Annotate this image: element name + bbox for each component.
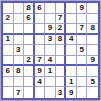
cell-r3c1-empty[interactable] (3, 24, 14, 35)
cell-r2c3-given[interactable]: 6 (24, 14, 35, 25)
sudoku-frame: 869267927813843527496891415739 (0, 0, 101, 101)
cell-r8c9-given[interactable]: 5 (87, 77, 98, 88)
cell-r3c4-empty[interactable] (35, 24, 46, 35)
cell-r6c3-given[interactable]: 2 (24, 56, 35, 67)
cell-r7c6-empty[interactable] (56, 66, 67, 77)
cell-r3c8-given[interactable]: 7 (77, 24, 88, 35)
cell-r1c1-empty[interactable] (3, 3, 14, 14)
cell-r4c4-empty[interactable] (35, 35, 46, 46)
cell-r4c3-empty[interactable] (24, 35, 35, 46)
cell-r3c9-given[interactable]: 8 (87, 24, 98, 35)
cell-r3c6-given[interactable]: 2 (56, 24, 67, 35)
cell-r2c1-given[interactable]: 2 (3, 14, 14, 25)
cell-r9c1-empty[interactable] (3, 87, 14, 98)
cell-r5c1-empty[interactable] (3, 45, 14, 56)
cell-r4c5-given[interactable]: 3 (45, 35, 56, 46)
cell-r7c9-empty[interactable] (87, 66, 98, 77)
cell-r9c3-empty[interactable] (24, 87, 35, 98)
cell-r7c1-given[interactable]: 6 (3, 66, 14, 77)
cell-r6c1-empty[interactable] (3, 56, 14, 67)
cell-r5c6-empty[interactable] (56, 45, 67, 56)
cell-r4c2-empty[interactable] (14, 35, 25, 46)
cell-r4c6-given[interactable]: 8 (56, 35, 67, 46)
cell-r2c4-empty[interactable] (35, 14, 46, 25)
cell-r9c5-empty[interactable] (45, 87, 56, 98)
cell-r2c7-empty[interactable] (66, 14, 77, 25)
cell-r3c2-empty[interactable] (14, 24, 25, 35)
cell-r3c7-empty[interactable] (66, 24, 77, 35)
cell-r6c7-empty[interactable] (66, 56, 77, 67)
cell-r1c8-given[interactable]: 9 (77, 3, 88, 14)
cell-r4c8-empty[interactable] (77, 35, 88, 46)
cell-r6c5-given[interactable]: 4 (45, 56, 56, 67)
cell-r8c2-empty[interactable] (14, 77, 25, 88)
cell-r8c6-empty[interactable] (56, 77, 67, 88)
cell-r7c4-given[interactable]: 9 (35, 66, 46, 77)
cell-r1c7-empty[interactable] (66, 3, 77, 14)
cell-r7c7-empty[interactable] (66, 66, 77, 77)
cell-r1c5-empty[interactable] (45, 3, 56, 14)
cell-r3c3-empty[interactable] (24, 24, 35, 35)
cell-r6c4-given[interactable]: 7 (35, 56, 46, 67)
cell-r5c7-empty[interactable] (66, 45, 77, 56)
cell-r6c9-given[interactable]: 9 (87, 56, 98, 67)
cell-r4c1-given[interactable]: 1 (3, 35, 14, 46)
cell-r5c8-given[interactable]: 5 (77, 45, 88, 56)
cell-r1c4-given[interactable]: 6 (35, 3, 46, 14)
cell-r9c4-empty[interactable] (35, 87, 46, 98)
cell-r9c2-given[interactable]: 7 (14, 87, 25, 98)
cell-r7c8-empty[interactable] (77, 66, 88, 77)
cell-r1c9-empty[interactable] (87, 3, 98, 14)
cell-r6c2-empty[interactable] (14, 56, 25, 67)
cell-r7c2-given[interactable]: 8 (14, 66, 25, 77)
cell-r1c2-empty[interactable] (14, 3, 25, 14)
cell-r8c3-empty[interactable] (24, 77, 35, 88)
cell-r4c9-empty[interactable] (87, 35, 98, 46)
cell-r8c4-given[interactable]: 4 (35, 77, 46, 88)
cell-r9c7-given[interactable]: 9 (66, 87, 77, 98)
cell-r8c5-empty[interactable] (45, 77, 56, 88)
cell-r9c6-given[interactable]: 3 (56, 87, 67, 98)
cell-r6c6-empty[interactable] (56, 56, 67, 67)
cell-r1c6-empty[interactable] (56, 3, 67, 14)
cell-r9c8-empty[interactable] (77, 87, 88, 98)
sudoku-border: 869267927813843527496891415739 (1, 1, 100, 100)
cell-r3c5-given[interactable]: 9 (45, 24, 56, 35)
cell-r2c2-empty[interactable] (14, 14, 25, 25)
cell-r7c3-empty[interactable] (24, 66, 35, 77)
cell-r8c7-given[interactable]: 1 (66, 77, 77, 88)
cell-r5c2-given[interactable]: 3 (14, 45, 25, 56)
cell-r8c8-empty[interactable] (77, 77, 88, 88)
cell-r1c3-given[interactable]: 8 (24, 3, 35, 14)
cell-r4c7-given[interactable]: 4 (66, 35, 77, 46)
cell-r7c5-given[interactable]: 1 (45, 66, 56, 77)
sudoku-board: 869267927813843527496891415739 (3, 3, 98, 98)
cell-r6c8-empty[interactable] (77, 56, 88, 67)
cell-r8c1-empty[interactable] (3, 77, 14, 88)
cell-r9c9-empty[interactable] (87, 87, 98, 98)
